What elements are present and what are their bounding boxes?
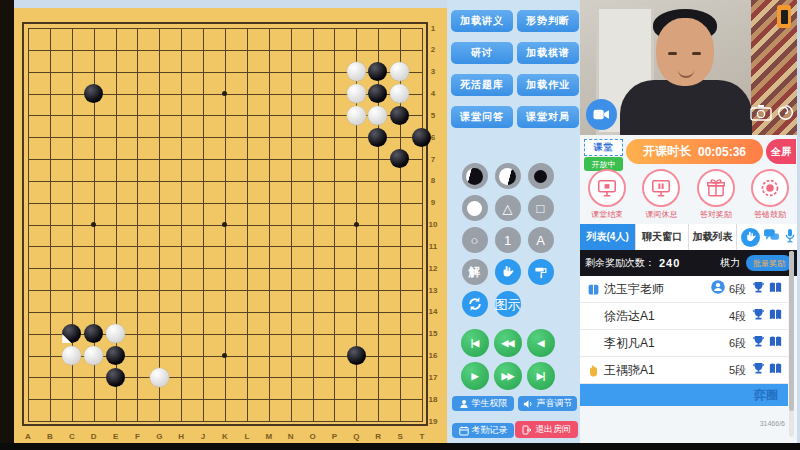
- speaker-icon: [523, 399, 534, 409]
- list-item-沈玉宇老师[interactable]: 沈玉宇老师6段: [580, 276, 788, 303]
- row-label-3: 3: [426, 67, 440, 76]
- fullscreen-button[interactable]: 全屏: [766, 139, 796, 164]
- roller-icon: [534, 266, 547, 279]
- row-label-10: 10: [426, 220, 440, 229]
- tool-solve[interactable]: 解: [462, 259, 488, 285]
- student-rank: 6段: [729, 336, 746, 351]
- column-label-E: E: [109, 432, 123, 441]
- row-label-11: 11: [426, 242, 440, 251]
- step-back-button[interactable]: ◀: [527, 329, 555, 357]
- stone-white-C16[interactable]: [61, 345, 83, 367]
- exit-icon: [522, 425, 532, 435]
- tab-列表(4人)[interactable]: 列表(4人): [580, 224, 636, 250]
- reward-button-答对奖励[interactable]: 答对奖励: [697, 169, 735, 220]
- trophy-icon[interactable]: [752, 361, 765, 379]
- tool-diagram[interactable]: 图示: [495, 291, 521, 317]
- row-label-14: 14: [426, 307, 440, 316]
- watermark: 弈圈: [754, 387, 778, 404]
- toolbar-button-4[interactable]: 加载棋谱: [517, 42, 579, 64]
- toolbar-button-8[interactable]: 课堂对局: [517, 106, 579, 128]
- stone-black-C15[interactable]: [61, 323, 83, 345]
- list-item-李初凡A1[interactable]: 李初凡A16段: [580, 330, 788, 357]
- stone-black-R3[interactable]: [367, 61, 389, 83]
- util-button-2[interactable]: 声音调节: [518, 396, 577, 411]
- reward-info-bar: 剩余奖励次数： 240 棋力 批量奖励: [580, 250, 797, 276]
- stone-black-E17[interactable]: [105, 366, 127, 388]
- chat-icon[interactable]: [763, 228, 780, 247]
- right-panel: 课堂 开放中 开课时长 00:05:36 全屏 课堂结束课间休息答对奖励答错鼓励…: [580, 0, 797, 443]
- class-timer-pill: 开课时长 00:05:36: [626, 139, 763, 164]
- hand-circle-icon[interactable]: [741, 228, 760, 247]
- column-label-Q: Q: [349, 432, 363, 441]
- column-label-F: F: [130, 432, 144, 441]
- column-label-T: T: [415, 432, 429, 441]
- reward-label: 课间休息: [645, 209, 677, 220]
- reward-label: 答错鼓励: [754, 209, 786, 220]
- stone-black-D15[interactable]: [83, 323, 105, 345]
- util-button-1[interactable]: 学生权限: [452, 396, 514, 411]
- star-point-K4: [214, 83, 236, 105]
- star-point-K10: [214, 214, 236, 236]
- column-label-J: J: [196, 432, 210, 441]
- tool-letter-marker[interactable]: A: [528, 227, 554, 253]
- list-scrollbar[interactable]: [789, 251, 794, 437]
- video-camera-button[interactable]: [586, 99, 617, 130]
- tool-circle-marker[interactable]: ○: [462, 227, 488, 253]
- play-forward-button[interactable]: ▶: [461, 362, 489, 390]
- stone-black-Q16[interactable]: [345, 345, 367, 367]
- reward-button-课堂结束[interactable]: 课堂结束: [588, 169, 626, 220]
- list-item-徐浩达A1[interactable]: 徐浩达A14段: [580, 303, 788, 330]
- book-icon[interactable]: [769, 307, 782, 325]
- column-label-K: K: [218, 432, 232, 441]
- student-list: 沈玉宇老师6段徐浩达A14段李初凡A16段王禑骁A15段弈圈: [580, 276, 788, 406]
- column-label-M: M: [262, 432, 276, 441]
- trophy-icon[interactable]: [752, 334, 765, 352]
- student-name: 王禑骁A1: [604, 362, 655, 379]
- stone-black-D4[interactable]: [83, 83, 105, 105]
- row-label-1: 1: [426, 24, 440, 33]
- book-icon[interactable]: [769, 334, 782, 352]
- stone-white-D16[interactable]: [83, 345, 105, 367]
- bottom-frame-strip: [0, 443, 800, 450]
- row-label-16: 16: [426, 351, 440, 360]
- list-item-王禑骁A1[interactable]: 王禑骁A15段: [580, 357, 788, 384]
- reward-label: 课堂结束: [591, 209, 623, 220]
- trophy-icon[interactable]: [752, 307, 765, 325]
- teacher-body: [620, 80, 752, 135]
- toolbar-button-6[interactable]: 加载作业: [517, 74, 579, 96]
- star-point-Q10: [345, 214, 367, 236]
- toolbar-button-5[interactable]: 死活题库: [451, 74, 513, 96]
- hand-icon: [501, 265, 515, 279]
- teacher-badge-icon: [711, 280, 725, 298]
- go-board[interactable]: ABCDEFGHJKLMNOPQRST123456789101112131415…: [14, 8, 447, 443]
- timer-label: 开课时长: [643, 143, 691, 160]
- row-label-6: 6: [426, 133, 440, 142]
- timer-value: 00:05:36: [698, 145, 746, 159]
- column-label-D: D: [87, 432, 101, 441]
- class-badge-label: 课堂: [584, 139, 623, 156]
- book-icon[interactable]: [769, 280, 782, 298]
- star-point-D10: [83, 214, 105, 236]
- teacher-eye: [692, 52, 701, 55]
- stone-white-G17[interactable]: [148, 366, 170, 388]
- toolbar-button-2[interactable]: 形势判断: [517, 10, 579, 32]
- row-label-8: 8: [426, 176, 440, 185]
- tool-pointer[interactable]: [495, 259, 521, 285]
- left-frame-strip: [0, 0, 14, 450]
- student-rank: 4段: [729, 309, 746, 324]
- fast-rewind-button[interactable]: ◀◀: [494, 329, 522, 357]
- snapshot-camera-icon[interactable]: [750, 104, 772, 125]
- class-status-badge: 课堂 开放中: [584, 139, 623, 171]
- row-label-19: 19: [426, 417, 440, 426]
- column-label-G: G: [152, 432, 166, 441]
- teacher-eye: [668, 52, 677, 55]
- stone-black-S5[interactable]: [389, 104, 411, 126]
- tab-icons: [737, 224, 797, 250]
- student-name: 沈玉宇老师: [604, 281, 664, 298]
- column-label-O: O: [306, 432, 320, 441]
- column-label-P: P: [327, 432, 341, 441]
- tool-white-stone[interactable]: [462, 195, 488, 221]
- batch-reward-button[interactable]: 批量奖励: [746, 255, 792, 271]
- reward-button-答错鼓励[interactable]: 答错鼓励: [751, 169, 789, 220]
- column-label-N: N: [284, 432, 298, 441]
- row-label-5: 5: [426, 111, 440, 120]
- column-label-B: B: [43, 432, 57, 441]
- reward-button-课间休息[interactable]: 课间休息: [642, 169, 680, 220]
- camcorder-icon: [593, 108, 610, 121]
- monitor-end-icon: [588, 169, 626, 207]
- row-label-9: 9: [426, 198, 440, 207]
- student-rank: 6段: [729, 282, 746, 297]
- board-stones-grid[interactable]: [17, 17, 433, 432]
- stone-white-E15[interactable]: [105, 323, 127, 345]
- row-label-12: 12: [426, 264, 440, 273]
- tool-white-black-alt[interactable]: [495, 163, 521, 189]
- row-label-13: 13: [426, 286, 440, 295]
- tab-聊天窗口[interactable]: 聊天窗口: [636, 224, 689, 250]
- remaining-rewards-label: 剩余奖励次数：: [585, 256, 655, 270]
- monitor-break-icon: [642, 169, 680, 207]
- util-button-3[interactable]: 考勤记录: [452, 423, 514, 438]
- hand-icon: [586, 364, 600, 377]
- stone-white-Q5[interactable]: [345, 104, 367, 126]
- row-label-2: 2: [426, 45, 440, 54]
- skip-end-button[interactable]: ▶|: [527, 362, 555, 390]
- column-label-S: S: [393, 432, 407, 441]
- tool-panel: 加载讲义形势判断研讨加载棋谱死活题库加载作业课堂问答课堂对局 △□○1A解图示 …: [447, 0, 580, 443]
- column-label-C: C: [65, 432, 79, 441]
- stone-black-R6[interactable]: [367, 126, 389, 148]
- student-rank: 5段: [729, 363, 746, 378]
- stone-white-R5[interactable]: [367, 104, 389, 126]
- stone-black-R4[interactable]: [367, 83, 389, 105]
- gift-icon: [697, 169, 735, 207]
- column-label-H: H: [174, 432, 188, 441]
- toolbar-button-7[interactable]: 课堂问答: [451, 106, 513, 128]
- book-icon: [586, 283, 600, 296]
- row-label-17: 17: [426, 373, 440, 382]
- tool-number-marker[interactable]: 1: [495, 227, 521, 253]
- stone-white-S4[interactable]: [389, 83, 411, 105]
- battery-icon: [777, 5, 791, 28]
- tool-eraser-roller[interactable]: [528, 259, 554, 285]
- reward-label: 答对奖励: [700, 209, 732, 220]
- tool-square-marker[interactable]: □: [528, 195, 554, 221]
- row-label-15: 15: [426, 329, 440, 338]
- app-window: ABCDEFGHJKLMNOPQRST123456789101112131415…: [0, 0, 800, 450]
- student-name: 徐浩达A1: [604, 308, 655, 325]
- toolbar-button-1[interactable]: 加载讲义: [451, 10, 513, 32]
- row-label-7: 7: [426, 155, 440, 164]
- stone-white-S3[interactable]: [389, 61, 411, 83]
- tool-black-white-alt[interactable]: [462, 163, 488, 189]
- skip-start-button[interactable]: |◀: [461, 329, 489, 357]
- tool-swap-sync[interactable]: [462, 291, 488, 317]
- stone-white-Q4[interactable]: [345, 83, 367, 105]
- fast-forward-button[interactable]: ▶▶: [494, 362, 522, 390]
- student-name: 李初凡A1: [604, 335, 655, 352]
- row-label-18: 18: [426, 395, 440, 404]
- last-move-marker: [62, 334, 71, 343]
- util-button-4[interactable]: 退出房间: [515, 421, 578, 438]
- remaining-rewards-value: 240: [659, 257, 680, 269]
- person-icon: [459, 399, 469, 409]
- column-label-L: L: [240, 432, 254, 441]
- stone-white-Q3[interactable]: [345, 61, 367, 83]
- trophy-icon[interactable]: [752, 280, 765, 298]
- row-label-4: 4: [426, 89, 440, 98]
- teacher-video: [580, 0, 797, 135]
- stone-black-S7[interactable]: [389, 148, 411, 170]
- strength-label: 棋力: [720, 256, 740, 270]
- voice-off-swirl-icon[interactable]: [776, 103, 795, 126]
- selected-empty-row[interactable]: 弈圈: [580, 384, 788, 406]
- sync-icon: [467, 296, 483, 312]
- calendar-icon: [459, 426, 469, 436]
- mic-icon[interactable]: [783, 228, 797, 247]
- tool-black-stone[interactable]: [528, 163, 554, 189]
- tool-triangle-marker[interactable]: △: [495, 195, 521, 221]
- room-counter: 31466/6: [760, 420, 785, 427]
- seal-icon: [751, 169, 789, 207]
- toolbar-button-3[interactable]: 研讨: [451, 42, 513, 64]
- book-icon[interactable]: [769, 361, 782, 379]
- column-label-R: R: [371, 432, 385, 441]
- stone-black-E16[interactable]: [105, 345, 127, 367]
- tab-加载列表[interactable]: 加载列表: [689, 224, 737, 250]
- star-point-K16: [214, 345, 236, 367]
- column-label-A: A: [21, 432, 35, 441]
